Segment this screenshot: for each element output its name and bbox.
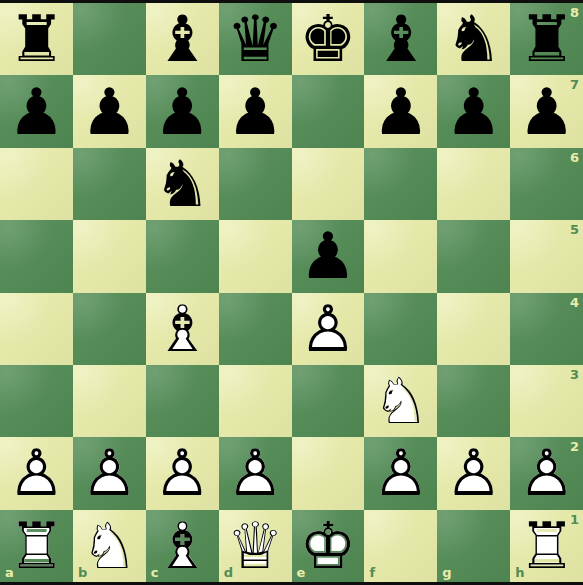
white-pawn[interactable]: ♟♙ — [437, 437, 510, 509]
white-rook[interactable]: ♜♖ — [0, 510, 73, 582]
square-a8[interactable]: ♜ — [0, 3, 73, 75]
square-e5[interactable]: ♟ — [292, 220, 365, 292]
square-b6[interactable] — [73, 148, 146, 220]
black-pawn[interactable]: ♟ — [437, 75, 510, 147]
square-h3[interactable]: 3 — [510, 365, 583, 437]
square-c8[interactable]: ♝ — [146, 3, 219, 75]
black-pawn[interactable]: ♟ — [219, 75, 292, 147]
white-bishop[interactable]: ♝♗ — [146, 293, 219, 365]
square-e4[interactable]: ♟♙ — [292, 293, 365, 365]
black-pawn[interactable]: ♟ — [364, 75, 437, 147]
white-king[interactable]: ♚♔ — [292, 510, 365, 582]
square-d7[interactable]: ♟ — [219, 75, 292, 147]
square-f3[interactable]: ♞♘ — [364, 365, 437, 437]
black-pawn[interactable]: ♟ — [73, 75, 146, 147]
square-a7[interactable]: ♟ — [0, 75, 73, 147]
square-g3[interactable] — [437, 365, 510, 437]
square-h5[interactable]: 5 — [510, 220, 583, 292]
square-b5[interactable] — [73, 220, 146, 292]
square-c4[interactable]: ♝♗ — [146, 293, 219, 365]
square-g5[interactable] — [437, 220, 510, 292]
square-g4[interactable] — [437, 293, 510, 365]
chess-app-window: ♜♝♛♚♝♞♜8♟♟♟♟♟♟♟7♞6♟5♝♗♟♙4♞♘3♟♙♟♙♟♙♟♙♟♙♟♙… — [0, 0, 583, 585]
white-rook[interactable]: ♜♖ — [510, 510, 583, 582]
square-b4[interactable] — [73, 293, 146, 365]
square-h2[interactable]: ♟♙2 — [510, 437, 583, 509]
black-rook[interactable]: ♜ — [0, 3, 73, 75]
square-g6[interactable] — [437, 148, 510, 220]
square-a1[interactable]: ♜♖a — [0, 510, 73, 582]
square-c3[interactable] — [146, 365, 219, 437]
black-pawn[interactable]: ♟ — [292, 220, 365, 292]
file-label-f: f — [369, 566, 375, 579]
square-e3[interactable] — [292, 365, 365, 437]
square-d6[interactable] — [219, 148, 292, 220]
white-pawn[interactable]: ♟♙ — [146, 437, 219, 509]
black-king[interactable]: ♚ — [292, 3, 365, 75]
black-pawn[interactable]: ♟ — [510, 75, 583, 147]
square-f6[interactable] — [364, 148, 437, 220]
square-a6[interactable] — [0, 148, 73, 220]
square-a4[interactable] — [0, 293, 73, 365]
square-e6[interactable] — [292, 148, 365, 220]
chess-board: ♜♝♛♚♝♞♜8♟♟♟♟♟♟♟7♞6♟5♝♗♟♙4♞♘3♟♙♟♙♟♙♟♙♟♙♟♙… — [0, 3, 583, 582]
square-g8[interactable]: ♞ — [437, 3, 510, 75]
square-f2[interactable]: ♟♙ — [364, 437, 437, 509]
square-g7[interactable]: ♟ — [437, 75, 510, 147]
square-c1[interactable]: ♝♗c — [146, 510, 219, 582]
black-bishop[interactable]: ♝ — [146, 3, 219, 75]
square-d8[interactable]: ♛ — [219, 3, 292, 75]
rank-label-6: 6 — [570, 151, 579, 164]
square-e1[interactable]: ♚♔e — [292, 510, 365, 582]
square-c2[interactable]: ♟♙ — [146, 437, 219, 509]
file-label-g: g — [442, 566, 451, 579]
white-pawn[interactable]: ♟♙ — [219, 437, 292, 509]
square-a2[interactable]: ♟♙ — [0, 437, 73, 509]
square-b3[interactable] — [73, 365, 146, 437]
white-pawn[interactable]: ♟♙ — [364, 437, 437, 509]
square-h8[interactable]: ♜8 — [510, 3, 583, 75]
square-h4[interactable]: 4 — [510, 293, 583, 365]
white-pawn[interactable]: ♟♙ — [73, 437, 146, 509]
white-pawn[interactable]: ♟♙ — [292, 293, 365, 365]
square-d2[interactable]: ♟♙ — [219, 437, 292, 509]
square-f7[interactable]: ♟ — [364, 75, 437, 147]
square-c5[interactable] — [146, 220, 219, 292]
black-pawn[interactable]: ♟ — [0, 75, 73, 147]
black-pawn[interactable]: ♟ — [146, 75, 219, 147]
square-g1[interactable]: g — [437, 510, 510, 582]
black-knight[interactable]: ♞ — [146, 148, 219, 220]
rank-label-3: 3 — [570, 368, 579, 381]
black-rook[interactable]: ♜ — [510, 3, 583, 75]
white-bishop[interactable]: ♝♗ — [146, 510, 219, 582]
rank-label-5: 5 — [570, 223, 579, 236]
square-f1[interactable]: f — [364, 510, 437, 582]
square-f8[interactable]: ♝ — [364, 3, 437, 75]
square-g2[interactable]: ♟♙ — [437, 437, 510, 509]
square-a5[interactable] — [0, 220, 73, 292]
white-knight[interactable]: ♞♘ — [364, 365, 437, 437]
square-a3[interactable] — [0, 365, 73, 437]
square-b8[interactable] — [73, 3, 146, 75]
white-queen[interactable]: ♛♕ — [219, 510, 292, 582]
square-d5[interactable] — [219, 220, 292, 292]
white-knight[interactable]: ♞♘ — [73, 510, 146, 582]
square-c6[interactable]: ♞ — [146, 148, 219, 220]
black-queen[interactable]: ♛ — [219, 3, 292, 75]
square-d1[interactable]: ♛♕d — [219, 510, 292, 582]
square-d3[interactable] — [219, 365, 292, 437]
square-b7[interactable]: ♟ — [73, 75, 146, 147]
square-b1[interactable]: ♞♘b — [73, 510, 146, 582]
square-e7[interactable] — [292, 75, 365, 147]
square-c7[interactable]: ♟ — [146, 75, 219, 147]
square-b2[interactable]: ♟♙ — [73, 437, 146, 509]
square-h1[interactable]: ♜♖1h — [510, 510, 583, 582]
square-f5[interactable] — [364, 220, 437, 292]
square-e8[interactable]: ♚ — [292, 3, 365, 75]
black-knight[interactable]: ♞ — [437, 3, 510, 75]
white-pawn[interactable]: ♟♙ — [0, 437, 73, 509]
square-e2[interactable] — [292, 437, 365, 509]
square-h6[interactable]: 6 — [510, 148, 583, 220]
square-h7[interactable]: ♟7 — [510, 75, 583, 147]
black-bishop[interactable]: ♝ — [364, 3, 437, 75]
white-pawn[interactable]: ♟♙ — [510, 437, 583, 509]
rank-label-4: 4 — [570, 296, 579, 309]
square-d4[interactable] — [219, 293, 292, 365]
square-f4[interactable] — [364, 293, 437, 365]
